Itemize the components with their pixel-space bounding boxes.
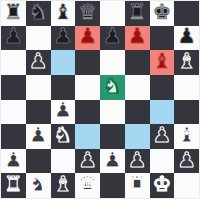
square-c3[interactable]: ♞ — [51, 124, 76, 149]
square-h4[interactable] — [174, 100, 199, 125]
square-c4[interactable]: ♟ — [51, 100, 76, 125]
white-pawn-icon: ♟ — [128, 150, 147, 171]
white-pawn-icon: ♟ — [177, 150, 196, 171]
square-e3[interactable] — [100, 124, 125, 149]
black-pawn-icon: ♟ — [53, 26, 72, 47]
square-g1[interactable]: ♚ — [150, 173, 175, 198]
square-d4[interactable] — [75, 100, 100, 125]
square-b4[interactable] — [26, 100, 51, 125]
white-knight-icon: ♞ — [53, 125, 72, 146]
square-f6[interactable] — [125, 50, 150, 75]
square-e6[interactable] — [100, 50, 125, 75]
square-h7[interactable]: ♟ — [174, 26, 199, 51]
white-bishop-icon: ♝ — [177, 125, 196, 146]
white-knight-icon: ♞ — [103, 76, 122, 97]
square-f4[interactable] — [125, 100, 150, 125]
square-d1[interactable]: ♛ — [75, 173, 100, 198]
square-h1[interactable] — [174, 173, 199, 198]
white-bishop-icon: ♝ — [53, 174, 72, 195]
black-pawn-icon: ♟ — [128, 26, 147, 47]
black-bishop-icon: ♝ — [53, 2, 72, 23]
square-b6[interactable]: ♟ — [26, 50, 51, 75]
square-e2[interactable]: ♟ — [100, 149, 125, 174]
white-rook-icon: ♜ — [128, 174, 147, 195]
square-g3[interactable]: ♟ — [150, 124, 175, 149]
square-c8[interactable]: ♝ — [51, 1, 76, 26]
square-b7[interactable] — [26, 26, 51, 51]
black-queen-icon: ♛ — [78, 2, 97, 23]
square-e7[interactable]: ♟ — [100, 26, 125, 51]
square-c7[interactable]: ♟ — [51, 26, 76, 51]
square-a2[interactable]: ♟ — [1, 149, 26, 174]
white-pawn-icon: ♟ — [53, 100, 72, 121]
black-pawn-icon: ♟ — [4, 26, 23, 47]
square-a1[interactable]: ♜ — [1, 173, 26, 198]
square-h8[interactable] — [174, 1, 199, 26]
black-pawn-icon: ♟ — [177, 26, 196, 47]
black-rook-icon: ♜ — [4, 2, 23, 23]
square-g6-capture[interactable]: ♝ — [150, 50, 175, 75]
black-rook-icon: ♜ — [128, 2, 147, 23]
square-f1[interactable]: ♜ — [125, 173, 150, 198]
black-bishop-icon: ♝ — [152, 51, 171, 72]
square-a5[interactable] — [1, 75, 26, 100]
square-b2[interactable] — [26, 149, 51, 174]
square-d8[interactable]: ♛ — [75, 1, 100, 26]
white-queen-icon: ♛ — [78, 174, 97, 195]
square-h5[interactable] — [174, 75, 199, 100]
black-knight-icon: ♞ — [29, 2, 48, 23]
square-b1[interactable]: ♞ — [26, 173, 51, 198]
square-c2[interactable] — [51, 149, 76, 174]
square-f3-move[interactable] — [125, 124, 150, 149]
square-h3[interactable]: ♝ — [174, 124, 199, 149]
square-d2[interactable]: ♟ — [75, 149, 100, 174]
square-f2[interactable]: ♟ — [125, 149, 150, 174]
square-f7-capture[interactable]: ♟ — [125, 26, 150, 51]
chess-app: ♜♞♝♛♜♚♟♟♟♟♟♟♟♝♝♞♟♟♞♟♝♟♟♟♟♟♜♞♝♛♜♚ — [0, 0, 200, 199]
square-e8[interactable] — [100, 1, 125, 26]
square-a6[interactable] — [1, 50, 26, 75]
square-e1[interactable] — [100, 173, 125, 198]
black-king-icon: ♚ — [152, 2, 171, 23]
square-d7-capture[interactable]: ♟ — [75, 26, 100, 51]
square-b8[interactable]: ♞ — [26, 1, 51, 26]
white-rook-icon: ♜ — [4, 174, 23, 195]
square-d5[interactable] — [75, 75, 100, 100]
square-b3[interactable]: ♟ — [26, 124, 51, 149]
white-pawn-icon: ♟ — [4, 150, 23, 171]
chess-board: ♜♞♝♛♜♚♟♟♟♟♟♟♟♝♝♞♟♟♞♟♝♟♟♟♟♟♜♞♝♛♜♚ — [0, 0, 200, 199]
square-d6[interactable] — [75, 50, 100, 75]
square-g2[interactable] — [150, 149, 175, 174]
square-c6-move[interactable] — [51, 50, 76, 75]
square-g7[interactable] — [150, 26, 175, 51]
square-h2[interactable]: ♟ — [174, 149, 199, 174]
square-h6[interactable]: ♝ — [174, 50, 199, 75]
black-pawn-icon: ♟ — [78, 26, 97, 47]
square-e4[interactable] — [100, 100, 125, 125]
white-knight-icon: ♞ — [29, 174, 48, 195]
square-a8[interactable]: ♜ — [1, 1, 26, 26]
white-pawn-icon: ♟ — [29, 51, 48, 72]
white-pawn-icon: ♟ — [29, 125, 48, 146]
square-c5[interactable] — [51, 75, 76, 100]
square-g4-move[interactable] — [150, 100, 175, 125]
square-a3[interactable] — [1, 124, 26, 149]
white-king-icon: ♚ — [152, 174, 171, 195]
square-d3-move[interactable] — [75, 124, 100, 149]
white-pawn-icon: ♟ — [103, 150, 122, 171]
white-pawn-icon: ♟ — [152, 125, 171, 146]
square-b5[interactable] — [26, 75, 51, 100]
square-f8[interactable]: ♜ — [125, 1, 150, 26]
square-g8[interactable]: ♚ — [150, 1, 175, 26]
square-c1[interactable]: ♝ — [51, 173, 76, 198]
square-a7[interactable]: ♟ — [1, 26, 26, 51]
square-g5[interactable] — [150, 75, 175, 100]
white-pawn-icon: ♟ — [78, 150, 97, 171]
square-e5-selected[interactable]: ♞ — [100, 75, 125, 100]
white-bishop-icon: ♝ — [177, 51, 196, 72]
black-pawn-icon: ♟ — [103, 26, 122, 47]
square-f5[interactable] — [125, 75, 150, 100]
square-a4[interactable] — [1, 100, 26, 125]
